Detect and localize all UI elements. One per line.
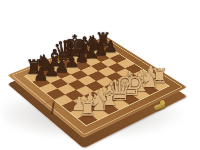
product-photo: ♜♞♝♛♚♝♞♜♟♟♟♟♟♟♟♟♟♟♟♟♟♟♟♟♜♞♝♛♚♝♞♜ (0, 0, 200, 150)
chess-set-scene (32, 17, 160, 145)
